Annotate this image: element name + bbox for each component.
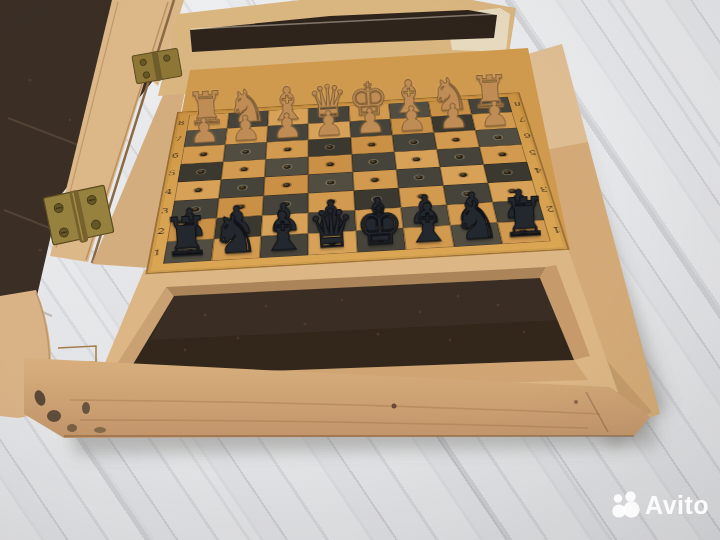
square-h5[interactable]	[479, 144, 527, 164]
peg-hole	[194, 188, 202, 192]
rank-label-right-5: 5	[525, 149, 539, 157]
peg-hole	[197, 170, 205, 174]
piece-black-queen[interactable]: ♛	[306, 204, 356, 255]
rank-label-left-7: 7	[172, 135, 185, 142]
peg-hole	[456, 155, 464, 159]
peg-hole	[200, 152, 207, 156]
piece-white-pawn[interactable]: ♟	[271, 110, 303, 142]
piece-white-pawn[interactable]: ♟	[396, 102, 428, 134]
rank-label-left-5: 5	[165, 169, 179, 177]
rank-label-right-7: 7	[515, 116, 529, 123]
peg-hole	[327, 180, 334, 184]
square-h1[interactable]: ♜	[497, 220, 551, 244]
square-g1[interactable]: ♞	[450, 223, 502, 247]
rank-label-right-6: 6	[520, 132, 534, 139]
peg-hole	[415, 175, 423, 179]
peg-hole	[410, 140, 417, 144]
peg-hole	[326, 145, 333, 149]
piece-white-pawn[interactable]: ♟	[313, 107, 345, 139]
rank-label-left-4: 4	[162, 188, 176, 196]
photo-scene: ♜♞♝♛♚♝♞♜♟♟♟♟♟♟♟♟♟♟♟♟♟♟♟♟♜♞♝♛♚♝♞♜87654321…	[0, 0, 720, 540]
square-b4[interactable]	[219, 177, 265, 198]
peg-hole	[283, 183, 290, 187]
square-d1[interactable]: ♛	[308, 231, 356, 256]
piece-white-pawn[interactable]: ♟	[188, 114, 220, 146]
peg-hole	[240, 167, 247, 171]
peg-hole	[284, 147, 291, 151]
peg-hole	[370, 160, 377, 164]
square-f5[interactable]	[394, 149, 440, 169]
square-c5[interactable]	[265, 157, 309, 177]
square-g5[interactable]	[437, 147, 484, 167]
peg-hole	[413, 157, 421, 161]
piece-black-bishop[interactable]: ♝	[258, 207, 308, 258]
peg-hole	[242, 150, 249, 154]
watermark-text: Avito	[645, 491, 709, 520]
piece-white-pawn[interactable]: ♟	[437, 100, 469, 132]
piece-white-pawn[interactable]: ♟	[479, 98, 511, 130]
peg-hole	[283, 165, 290, 169]
square-h4[interactable]	[483, 162, 532, 183]
peg-hole	[327, 162, 334, 166]
piece-white-pawn[interactable]: ♟	[229, 112, 261, 144]
peg-hole	[238, 185, 246, 189]
peg-hole	[499, 152, 507, 156]
rank-label-left-8: 8	[175, 120, 188, 127]
peg-hole	[371, 178, 379, 182]
square-c1[interactable]: ♝	[260, 234, 309, 259]
square-a1[interactable]: ♜	[163, 239, 214, 264]
piece-black-knight[interactable]: ♞	[451, 196, 501, 247]
rank-label-right-4: 4	[531, 166, 546, 174]
piece-white-pawn[interactable]: ♟	[354, 105, 386, 137]
peg-hole	[459, 173, 467, 177]
square-e1[interactable]: ♚	[356, 228, 406, 252]
chess-board[interactable]: ♜♞♝♛♚♝♞♜♟♟♟♟♟♟♟♟♟♟♟♟♟♟♟♟♜♞♝♛♚♝♞♜87654321…	[145, 92, 569, 274]
rank-label-right-1: 1	[548, 225, 564, 234]
piece-black-rook[interactable]: ♜	[161, 213, 211, 264]
peg-hole	[504, 170, 512, 174]
square-b1[interactable]: ♞	[212, 236, 262, 261]
square-f1[interactable]: ♝	[403, 225, 454, 249]
rank-label-right-8: 8	[511, 100, 524, 107]
piece-black-king[interactable]: ♚	[355, 202, 405, 253]
piece-black-knight[interactable]: ♞	[209, 210, 259, 261]
peg-hole	[368, 143, 375, 147]
piece-black-bishop[interactable]: ♝	[403, 199, 453, 250]
peg-hole	[452, 138, 460, 142]
rank-label-left-6: 6	[169, 152, 182, 159]
watermark: Avito	[610, 490, 709, 520]
peg-hole	[494, 135, 502, 139]
avito-logo-icon	[610, 490, 640, 520]
square-f7[interactable]: ♟	[390, 117, 434, 135]
piece-black-rook[interactable]: ♜	[500, 193, 550, 244]
